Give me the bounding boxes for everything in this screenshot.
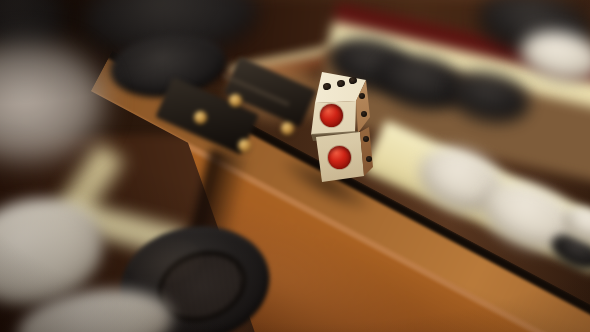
hinge-screw bbox=[281, 122, 294, 135]
top-die-red-one-pip bbox=[320, 104, 343, 127]
dice-stack[interactable] bbox=[296, 56, 380, 190]
hinge-screw bbox=[229, 94, 242, 107]
bottom-die-red-one-pip bbox=[328, 146, 351, 169]
hinge-screw bbox=[194, 111, 207, 124]
bottom-die-side-pip bbox=[366, 156, 372, 162]
hinge-screw bbox=[238, 139, 251, 152]
backgammon-photo-scene bbox=[0, 0, 590, 332]
top-die-side-pip bbox=[361, 111, 367, 117]
top-die-side-pip bbox=[359, 93, 365, 99]
brass-hinge bbox=[158, 72, 316, 164]
bottom-die-side-pip bbox=[363, 136, 369, 142]
